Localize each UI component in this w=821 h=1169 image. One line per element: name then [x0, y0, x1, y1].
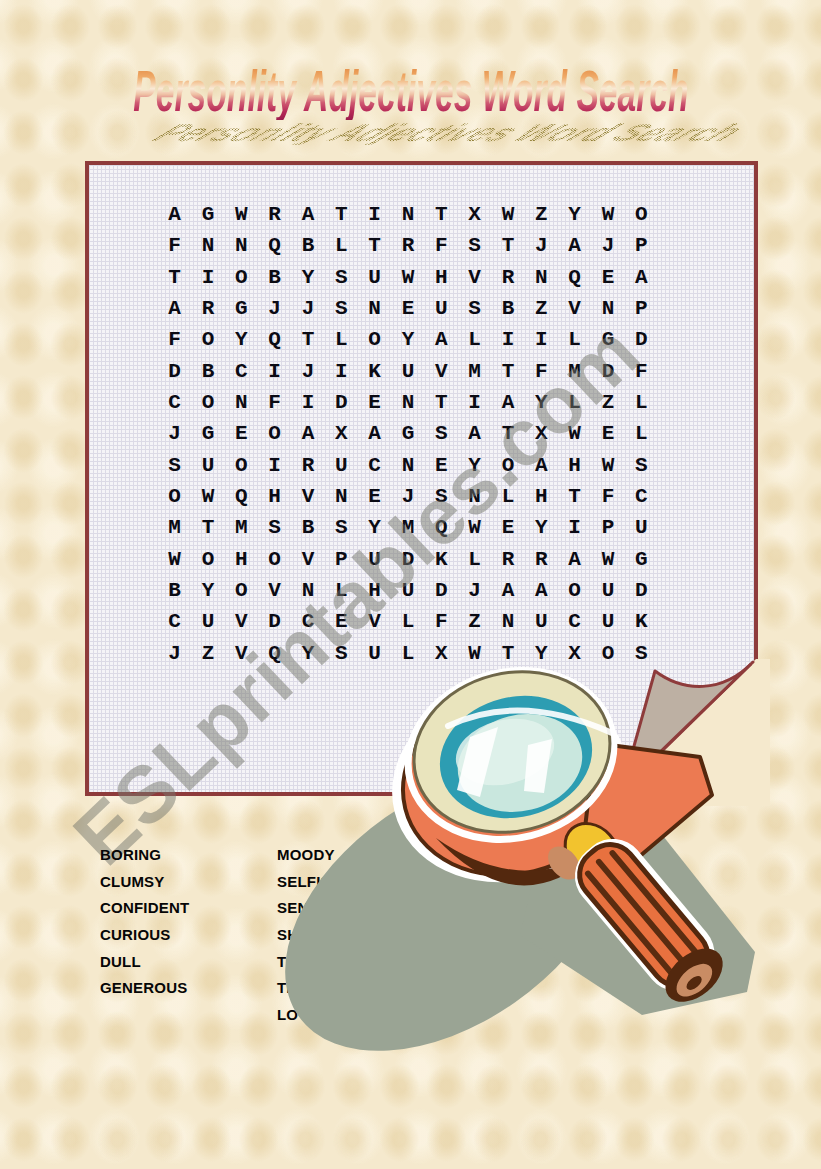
grid-cell-r5c13: L [558, 324, 591, 355]
grid-cell-r4c4: J [258, 293, 291, 324]
grid-cell-r4c13: V [558, 293, 591, 324]
grid-cell-r8c6: X [325, 418, 358, 449]
grid-cell-r15c12: Y [525, 638, 558, 669]
grid-cell-r5c8: Y [391, 324, 424, 355]
grid-cell-r4c5: J [291, 293, 324, 324]
grid-cell-r13c12: A [525, 575, 558, 606]
grid-cell-r10c8: J [391, 481, 424, 512]
grid-cell-r10c7: E [358, 481, 391, 512]
grid-cell-r14c14: U [591, 606, 624, 637]
grid-cell-r15c11: T [491, 638, 524, 669]
grid-cell-r7c14: Z [591, 387, 624, 418]
word-item: SELFISH [277, 873, 360, 900]
grid-cell-r7c6: D [325, 387, 358, 418]
word-item: SHY [277, 926, 360, 953]
grid-cell-r5c7: O [358, 324, 391, 355]
grid-cell-r15c7: U [358, 638, 391, 669]
grid-cell-r10c14: F [591, 481, 624, 512]
grid-cell-r3c3: O [225, 262, 258, 293]
grid-cell-r7c8: N [391, 387, 424, 418]
grid-cell-r13c2: Y [191, 575, 224, 606]
grid-cell-r4c1: A [158, 293, 191, 324]
grid-cell-r7c1: C [158, 387, 191, 418]
grid-cell-r4c14: N [591, 293, 624, 324]
grid-cell-r5c3: Y [225, 324, 258, 355]
grid-cell-r2c1: F [158, 230, 191, 261]
word-item: GENEROUS [100, 979, 189, 1006]
grid-cell-r7c10: I [458, 387, 491, 418]
word-item: CLUMSY [100, 873, 189, 900]
word-item: TOLERANT [277, 953, 360, 980]
grid-cell-r12c2: O [191, 544, 224, 575]
grid-cell-r6c15: F [625, 356, 658, 387]
grid-cell-r13c4: V [258, 575, 291, 606]
grid-cell-r9c11: O [491, 450, 524, 481]
grid-cell-r1c9: T [425, 199, 458, 230]
grid-cell-r6c7: K [358, 356, 391, 387]
grid-cell-r2c12: J [525, 230, 558, 261]
grid-cell-r10c1: O [158, 481, 191, 512]
grid-cell-r12c13: A [558, 544, 591, 575]
grid-cell-r8c2: G [191, 418, 224, 449]
grid-cell-r6c11: T [491, 356, 524, 387]
grid-cell-r11c7: Y [358, 512, 391, 543]
title-reflection: Personlity Adjectives Word Search [144, 121, 753, 145]
grid-cell-r11c2: T [191, 512, 224, 543]
grid-cell-r2c4: Q [258, 230, 291, 261]
grid-cell-r1c3: W [225, 199, 258, 230]
grid-cell-r10c9: S [425, 481, 458, 512]
grid-cell-r3c12: N [525, 262, 558, 293]
grid-cell-r11c5: B [291, 512, 324, 543]
grid-cell-r5c1: F [158, 324, 191, 355]
grid-cell-r12c14: W [591, 544, 624, 575]
grid-cell-r13c5: N [291, 575, 324, 606]
grid-cell-r12c6: P [325, 544, 358, 575]
grid-cell-r8c10: A [458, 418, 491, 449]
grid-cell-r1c11: W [491, 199, 524, 230]
grid-cell-r6c3: C [225, 356, 258, 387]
grid-cell-r2c8: R [391, 230, 424, 261]
grid-cell-r8c7: A [358, 418, 391, 449]
grid-cell-r7c2: O [191, 387, 224, 418]
grid-cell-r10c2: W [191, 481, 224, 512]
grid-cell-r2c15: P [625, 230, 658, 261]
grid-cell-r3c10: V [458, 262, 491, 293]
grid-cell-r14c12: U [525, 606, 558, 637]
grid-cell-r7c5: I [291, 387, 324, 418]
grid-cell-r5c12: I [525, 324, 558, 355]
grid-cell-r15c13: X [558, 638, 591, 669]
grid-cell-r14c3: V [225, 606, 258, 637]
grid-cell-r10c15: C [625, 481, 658, 512]
grid-cell-r11c12: Y [525, 512, 558, 543]
grid-cell-r11c1: M [158, 512, 191, 543]
grid-cell-r10c6: N [325, 481, 358, 512]
grid-cell-r9c12: A [525, 450, 558, 481]
grid-cell-r14c10: Z [458, 606, 491, 637]
grid-cell-r11c13: I [558, 512, 591, 543]
grid-cell-r6c2: B [191, 356, 224, 387]
grid-cell-r12c9: K [425, 544, 458, 575]
grid-cell-r15c6: S [325, 638, 358, 669]
grid-cell-r15c3: V [225, 638, 258, 669]
grid-cell-r1c6: T [325, 199, 358, 230]
grid-cell-r14c5: C [291, 606, 324, 637]
word-item: CONFIDENT [100, 899, 189, 926]
grid-cell-r1c14: W [591, 199, 624, 230]
grid-cell-r12c1: W [158, 544, 191, 575]
magnifier-handle [562, 826, 736, 1014]
grid-cell-r8c14: E [591, 418, 624, 449]
grid-cell-r14c2: U [191, 606, 224, 637]
grid-cell-r10c13: T [558, 481, 591, 512]
grid-cell-r5c14: G [591, 324, 624, 355]
grid-cell-r12c3: H [225, 544, 258, 575]
grid-cell-r3c14: E [591, 262, 624, 293]
grid-cell-r3c11: R [491, 262, 524, 293]
grid-cell-r2c7: T [358, 230, 391, 261]
grid-cell-r4c10: S [458, 293, 491, 324]
grid-cell-r3c8: W [391, 262, 424, 293]
grid-cell-r9c15: S [625, 450, 658, 481]
grid-cell-r3c9: H [425, 262, 458, 293]
grid-cell-r6c9: V [425, 356, 458, 387]
grid-cell-r9c5: R [291, 450, 324, 481]
grid-cell-r8c9: S [425, 418, 458, 449]
grid-cell-r12c8: D [391, 544, 424, 575]
grid-cell-r5c6: L [325, 324, 358, 355]
grid-cell-r5c2: O [191, 324, 224, 355]
grid-cell-r8c13: W [558, 418, 591, 449]
grid-cell-r6c13: M [558, 356, 591, 387]
grid-cell-r7c4: F [258, 387, 291, 418]
grid-cell-r1c15: O [625, 199, 658, 230]
grid-cell-r9c10: Y [458, 450, 491, 481]
grid-cell-r11c4: S [258, 512, 291, 543]
grid-cell-r13c14: U [591, 575, 624, 606]
word-item: BORING [100, 846, 189, 873]
grid-cell-r12c15: G [625, 544, 658, 575]
grid-cell-r9c4: I [258, 450, 291, 481]
word-item: SENSITIVE [277, 899, 360, 926]
grid-cell-r7c9: T [425, 387, 458, 418]
grid-cell-r13c1: B [158, 575, 191, 606]
grid-cell-r7c3: N [225, 387, 258, 418]
grid-cell-r13c15: D [625, 575, 658, 606]
word-list-left: BORINGCLUMSYCONFIDENTCURIOUSDULLGENEROUS [100, 846, 189, 1006]
grid-cell-r8c4: O [258, 418, 291, 449]
grid-cell-r11c8: M [391, 512, 424, 543]
grid-cell-r15c14: O [591, 638, 624, 669]
grid-cell-r6c4: I [258, 356, 291, 387]
grid-cell-r4c15: P [625, 293, 658, 324]
grid-cell-r5c11: I [491, 324, 524, 355]
word-item: MOODY [277, 846, 360, 873]
grid-cell-r6c12: F [525, 356, 558, 387]
grid-cell-r10c5: V [291, 481, 324, 512]
grid-cell-r11c15: U [625, 512, 658, 543]
grid-cell-r9c3: O [225, 450, 258, 481]
grid-cell-r1c10: X [458, 199, 491, 230]
word-item: LOYAL [277, 1006, 360, 1033]
grid-cell-r6c6: I [325, 356, 358, 387]
grid-cell-r4c2: R [191, 293, 224, 324]
grid-cell-r8c15: L [625, 418, 658, 449]
grid-cell-r5c10: L [458, 324, 491, 355]
grid-cell-r14c4: D [258, 606, 291, 637]
grid-cell-r4c9: U [425, 293, 458, 324]
grid-cell-r10c4: H [258, 481, 291, 512]
grid-cell-r4c6: S [325, 293, 358, 324]
grid-cell-r14c15: K [625, 606, 658, 637]
grid-cell-r2c9: F [425, 230, 458, 261]
grid-cell-r13c6: L [325, 575, 358, 606]
grid-cell-r6c1: D [158, 356, 191, 387]
grid-cell-r7c13: L [558, 387, 591, 418]
grid-cell-r1c13: Y [558, 199, 591, 230]
grid-cell-r3c6: S [325, 262, 358, 293]
grid-cell-r2c11: T [491, 230, 524, 261]
grid-cell-r9c13: H [558, 450, 591, 481]
grid-cell-r13c10: J [458, 575, 491, 606]
grid-cell-r1c5: A [291, 199, 324, 230]
page-title: Personlity Adjectives Word Search [133, 62, 688, 120]
grid-cell-r8c12: X [525, 418, 558, 449]
grid-cell-r4c8: E [391, 293, 424, 324]
grid-cell-r3c5: Y [291, 262, 324, 293]
grid-cell-r14c13: C [558, 606, 591, 637]
grid-cell-r3c15: A [625, 262, 658, 293]
grid-cell-r14c6: E [325, 606, 358, 637]
grid-cell-r13c3: O [225, 575, 258, 606]
word-item: DULL [100, 953, 189, 980]
letter-grid: AGWRATINTXWZYWOFNNQBLTRFSTJAJPTIOBYSUWHV… [158, 199, 658, 669]
grid-cell-r13c8: U [391, 575, 424, 606]
grid-cell-r15c9: X [425, 638, 458, 669]
grid-cell-r8c8: G [391, 418, 424, 449]
grid-cell-r9c6: U [325, 450, 358, 481]
grid-cell-r5c15: D [625, 324, 658, 355]
grid-cell-r10c3: Q [225, 481, 258, 512]
grid-cell-r2c13: A [558, 230, 591, 261]
grid-cell-r14c7: V [358, 606, 391, 637]
grid-cell-r6c14: D [591, 356, 624, 387]
grid-cell-r9c2: U [191, 450, 224, 481]
grid-cell-r13c7: H [358, 575, 391, 606]
title-block: Personlity Adjectives Word Search Person… [0, 0, 821, 160]
grid-cell-r12c4: O [258, 544, 291, 575]
grid-cell-r3c2: I [191, 262, 224, 293]
grid-cell-r11c9: Q [425, 512, 458, 543]
grid-cell-r3c13: Q [558, 262, 591, 293]
grid-cell-r6c8: U [391, 356, 424, 387]
grid-cell-r15c1: J [158, 638, 191, 669]
grid-cell-r2c5: B [291, 230, 324, 261]
grid-cell-r11c6: S [325, 512, 358, 543]
grid-cell-r9c7: C [358, 450, 391, 481]
grid-cell-r11c14: P [591, 512, 624, 543]
grid-cell-r5c5: T [291, 324, 324, 355]
grid-cell-r14c8: L [391, 606, 424, 637]
grid-cell-r5c9: A [425, 324, 458, 355]
grid-cell-r14c1: C [158, 606, 191, 637]
grid-cell-r10c11: L [491, 481, 524, 512]
grid-cell-r7c15: L [625, 387, 658, 418]
grid-cell-r10c12: H [525, 481, 558, 512]
grid-cell-r3c7: U [358, 262, 391, 293]
grid-cell-r2c6: L [325, 230, 358, 261]
word-item: CURIOUS [100, 926, 189, 953]
grid-cell-r15c15: S [625, 638, 658, 669]
grid-cell-r13c9: D [425, 575, 458, 606]
grid-cell-r8c5: A [291, 418, 324, 449]
grid-cell-r13c13: O [558, 575, 591, 606]
grid-cell-r2c2: N [191, 230, 224, 261]
grid-cell-r1c12: Z [525, 199, 558, 230]
grid-cell-r4c3: G [225, 293, 258, 324]
grid-cell-r13c11: A [491, 575, 524, 606]
grid-cell-r4c12: Z [525, 293, 558, 324]
grid-cell-r15c4: Q [258, 638, 291, 669]
word-list-right: MOODYSELFISHSENSITIVESHYTOLERANTTRUSTING… [277, 846, 360, 1033]
grid-cell-r1c7: I [358, 199, 391, 230]
grid-cell-r8c3: E [225, 418, 258, 449]
grid-cell-r2c10: S [458, 230, 491, 261]
grid-cell-r12c7: U [358, 544, 391, 575]
grid-cell-r1c4: R [258, 199, 291, 230]
word-item: TRUSTING [277, 979, 360, 1006]
grid-cell-r11c10: W [458, 512, 491, 543]
grid-cell-r11c11: E [491, 512, 524, 543]
grid-cell-r15c10: W [458, 638, 491, 669]
grid-cell-r12c10: L [458, 544, 491, 575]
worksheet-page: Personlity Adjectives Word Search Person… [0, 0, 821, 1169]
grid-cell-r6c10: M [458, 356, 491, 387]
grid-cell-r11c3: M [225, 512, 258, 543]
grid-cell-r10c10: N [458, 481, 491, 512]
grid-cell-r8c1: J [158, 418, 191, 449]
grid-cell-r14c9: F [425, 606, 458, 637]
grid-cell-r14c11: N [491, 606, 524, 637]
grid-cell-r9c14: W [591, 450, 624, 481]
grid-cell-r3c4: B [258, 262, 291, 293]
grid-cell-r1c2: G [191, 199, 224, 230]
grid-cell-r7c11: A [491, 387, 524, 418]
grid-cell-r4c7: N [358, 293, 391, 324]
grid-cell-r9c1: S [158, 450, 191, 481]
grid-cell-r4c11: B [491, 293, 524, 324]
grid-cell-r7c7: E [358, 387, 391, 418]
grid-cell-r12c5: V [291, 544, 324, 575]
grid-cell-r1c8: N [391, 199, 424, 230]
grid-cell-r2c14: J [591, 230, 624, 261]
grid-cell-r6c5: J [291, 356, 324, 387]
grid-cell-r9c9: E [425, 450, 458, 481]
grid-cell-r12c12: R [525, 544, 558, 575]
grid-cell-r9c8: N [391, 450, 424, 481]
grid-cell-r8c11: T [491, 418, 524, 449]
grid-cell-r15c8: L [391, 638, 424, 669]
grid-cell-r15c5: Y [291, 638, 324, 669]
grid-cell-r7c12: Y [525, 387, 558, 418]
grid-cell-r3c1: T [158, 262, 191, 293]
grid-cell-r5c4: Q [258, 324, 291, 355]
grid-cell-r1c1: A [158, 199, 191, 230]
grid-cell-r2c3: N [225, 230, 258, 261]
grid-cell-r12c11: R [491, 544, 524, 575]
grid-cell-r15c2: Z [191, 638, 224, 669]
